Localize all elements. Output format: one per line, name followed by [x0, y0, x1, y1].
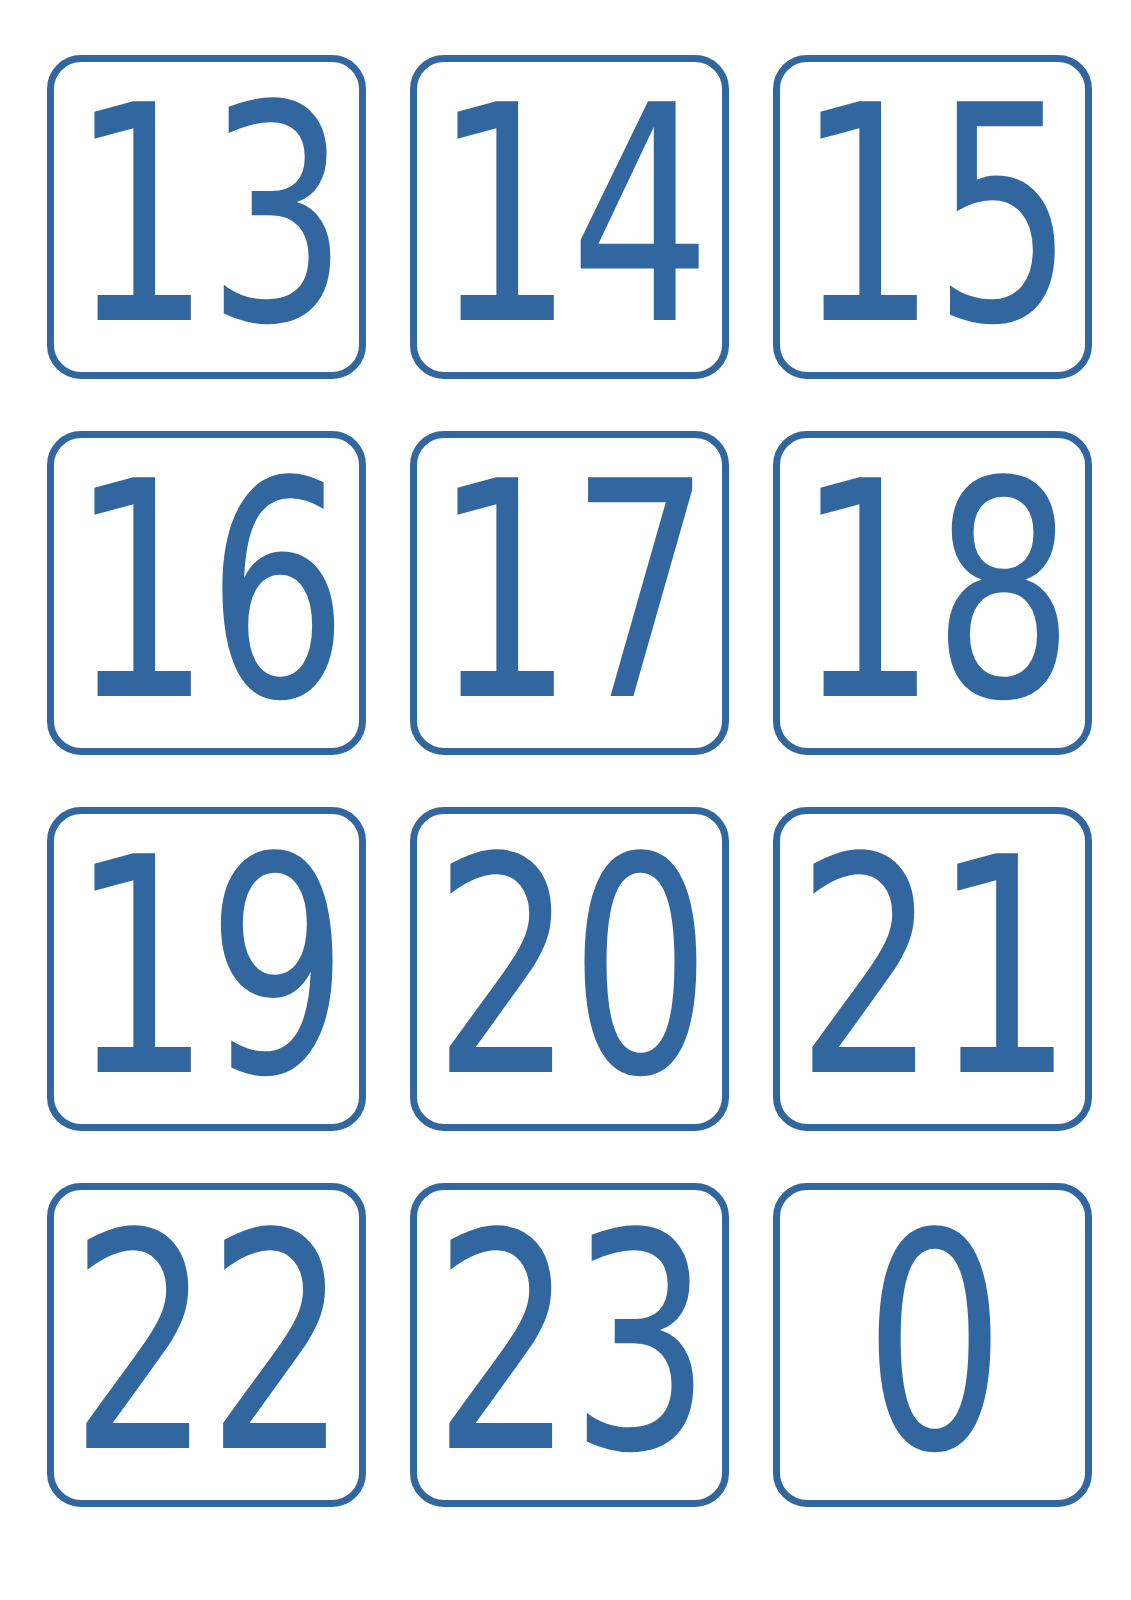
- number-card: 14: [410, 55, 729, 379]
- number-card: 20: [410, 807, 729, 1131]
- card-number: 0: [864, 1195, 1001, 1495]
- card-number: 20: [433, 819, 707, 1119]
- card-number: 19: [70, 819, 344, 1119]
- number-card: 19: [47, 807, 366, 1131]
- card-number: 15: [796, 67, 1070, 367]
- flashcard-sheet: 13 14 15 16 17 18 19 20 21 22 23: [0, 0, 1131, 1600]
- number-card: 16: [47, 431, 366, 755]
- number-card: 21: [773, 807, 1092, 1131]
- card-number: 14: [433, 67, 707, 367]
- card-grid: 13 14 15 16 17 18 19 20 21 22 23: [47, 55, 1092, 1507]
- number-card: 18: [773, 431, 1092, 755]
- number-card: 17: [410, 431, 729, 755]
- card-number: 17: [433, 443, 707, 743]
- number-card: 22: [47, 1183, 366, 1507]
- number-card: 13: [47, 55, 366, 379]
- card-number: 13: [70, 67, 344, 367]
- number-card: 15: [773, 55, 1092, 379]
- number-card: 23: [410, 1183, 729, 1507]
- card-number: 23: [433, 1195, 707, 1495]
- card-number: 16: [70, 443, 344, 743]
- number-card: 0: [773, 1183, 1092, 1507]
- card-number: 18: [796, 443, 1070, 743]
- card-number: 22: [70, 1195, 344, 1495]
- card-number: 21: [796, 819, 1070, 1119]
